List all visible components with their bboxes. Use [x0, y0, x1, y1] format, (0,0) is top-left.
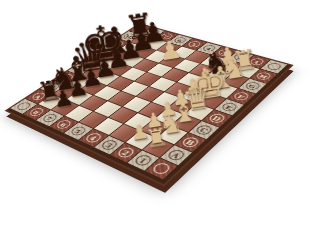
black-bishop-c8[interactable]: ♝	[60, 49, 95, 87]
square-d8[interactable]: ♛	[81, 67, 106, 80]
square-d6[interactable]	[108, 77, 134, 91]
border-label-a: A	[26, 89, 52, 103]
coordinate-medallion: 1	[248, 57, 266, 66]
ornament-circle	[133, 26, 148, 33]
coordinate-medallion: A	[30, 91, 48, 101]
square-d7[interactable]: ♟	[94, 72, 119, 85]
coordinate-medallion: 2	[115, 146, 136, 159]
border-label-g: G	[106, 39, 129, 50]
coordinate-medallion: 8	[145, 29, 161, 36]
border-label-7: 7	[155, 31, 178, 42]
square-g8[interactable]	[119, 42, 143, 53]
coordinate-medallion: 6	[54, 119, 73, 130]
border-label-5: 5	[182, 39, 206, 51]
scene: 87654321H♜♟♟♜HG♟♟♞♞GF♝♟♟♝FE♚♟♟♚ED♛♟♟♛DC♝…	[0, 0, 310, 232]
square-h6[interactable]	[157, 42, 181, 54]
coordinate-medallion: H	[254, 71, 272, 81]
black-pawn-g7[interactable]: ♟	[128, 26, 156, 56]
board-tilt-wrapper: 87654321H♜♟♟♜HG♟♟♞♞GF♝♟♟♝FE♚♟♟♚ED♛♟♟♛DC♝…	[0, 0, 310, 232]
ornament-circle	[265, 62, 283, 71]
square-g5[interactable]: ♟	[159, 55, 184, 68]
square-g7[interactable]: ♟	[132, 46, 156, 58]
square-e7[interactable]: ♟	[107, 63, 132, 76]
square-f7[interactable]: ♟	[120, 55, 145, 67]
border-label-f: F	[94, 46, 118, 58]
coordinate-medallion: G	[243, 81, 262, 91]
square-c6[interactable]	[94, 86, 120, 101]
black-bishop-f8[interactable]: ♝	[97, 20, 136, 62]
coordinate-medallion: 5	[186, 40, 202, 48]
square-h8[interactable]: ♜	[130, 35, 153, 46]
square-e5[interactable]	[135, 72, 161, 86]
coordinate-medallion: B	[180, 136, 201, 149]
coordinate-medallion: F	[97, 48, 113, 56]
coordinate-medallion: A	[166, 148, 187, 162]
coordinate-medallion: 4	[201, 44, 218, 52]
coordinate-medallion: 7	[158, 33, 174, 40]
border-label-c: C	[54, 71, 79, 84]
border-corner-ornament	[129, 24, 151, 34]
square-e8[interactable]: ♚	[94, 59, 119, 71]
coordinate-medallion: C	[58, 73, 75, 82]
border-label-6: 6	[168, 35, 192, 46]
black-pawn-c7[interactable]: ♟	[79, 64, 104, 91]
square-f6[interactable]	[133, 59, 158, 72]
square-g6[interactable]	[145, 51, 170, 63]
black-pawn-f7[interactable]: ♟	[117, 35, 144, 64]
coordinate-medallion: C	[194, 124, 215, 136]
border-label-4: 4	[197, 43, 222, 55]
coordinate-medallion: H	[121, 33, 137, 40]
coordinate-medallion: E	[85, 56, 101, 64]
black-king-e8[interactable]: ♚	[77, 16, 129, 72]
coordinate-medallion: 8	[27, 107, 45, 118]
black-queen-d8[interactable]: ♛	[69, 33, 112, 80]
coordinate-medallion: G	[109, 40, 125, 48]
border-label-d: D	[68, 63, 93, 76]
photo-canvas: 87654321H♜♟♟♜HG♟♟♞♞GF♝♟♟♝FE♚♟♟♚ED♛♟♟♛DC♝…	[0, 0, 310, 232]
black-pawn-h7[interactable]: ♟	[139, 17, 167, 48]
border-label-8: 8	[142, 27, 165, 38]
ornament-circle	[150, 161, 172, 175]
black-rook-h8[interactable]: ♜	[123, 8, 157, 45]
coordinate-medallion: E	[220, 102, 240, 113]
white-pawn-g5[interactable]: ♟	[157, 36, 183, 64]
square-h7[interactable]: ♟	[143, 39, 167, 50]
border-label-h: H	[118, 31, 141, 42]
coordinate-medallion: F	[232, 91, 251, 102]
border-label-1: 1	[244, 55, 270, 68]
square-c7[interactable]: ♟	[80, 81, 106, 95]
square-e6[interactable]	[121, 68, 146, 81]
square-h5[interactable]	[171, 47, 196, 59]
black-pawn-a7[interactable]: ♟	[52, 86, 75, 111]
ornament-circle	[15, 101, 33, 111]
white-rook-a1[interactable]: ♜	[144, 124, 169, 151]
board: 87654321H♜♟♟♜HG♟♟♞♞GF♝♟♟♝FE♚♟♟♚ED♛♟♟♛DC♝…	[5, 23, 294, 186]
square-f5[interactable]	[147, 63, 172, 76]
square-f8[interactable]: ♝	[106, 50, 130, 62]
coordinate-medallion: D	[72, 65, 89, 74]
black-pawn-e7[interactable]: ♟	[105, 45, 131, 73]
border-label-e: E	[81, 54, 105, 66]
coordinate-medallion: D	[207, 112, 227, 124]
coordinate-medallion: 6	[172, 36, 188, 44]
border-label-b: B	[175, 133, 206, 152]
black-pawn-d7[interactable]: ♟	[92, 54, 117, 82]
